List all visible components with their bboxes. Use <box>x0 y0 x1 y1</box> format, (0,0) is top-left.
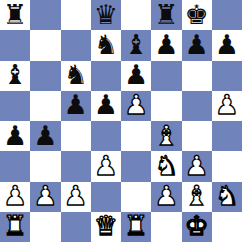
square-b1[interactable] <box>30 212 60 242</box>
piece-white-pawn[interactable]: ♟ <box>64 182 88 209</box>
piece-white-rook[interactable]: ♜ <box>124 212 148 239</box>
piece-black-rook[interactable]: ♜ <box>3 1 27 28</box>
square-e8[interactable] <box>121 0 151 30</box>
square-e2[interactable] <box>121 182 151 212</box>
square-g6[interactable] <box>182 61 212 91</box>
square-h3[interactable] <box>212 151 242 181</box>
square-b5[interactable] <box>30 91 60 121</box>
square-d4[interactable] <box>91 121 121 151</box>
piece-black-knight[interactable]: ♞ <box>64 61 88 88</box>
square-g1[interactable]: ♚ <box>182 212 212 242</box>
piece-white-rook[interactable]: ♜ <box>3 212 27 239</box>
piece-black-queen[interactable]: ♛ <box>94 1 118 28</box>
square-g7[interactable]: ♟ <box>182 30 212 60</box>
piece-white-king[interactable]: ♚ <box>185 212 209 239</box>
square-d1[interactable]: ♛ <box>91 212 121 242</box>
square-c1[interactable] <box>61 212 91 242</box>
square-e5[interactable]: ♟ <box>121 91 151 121</box>
square-d7[interactable]: ♞ <box>91 30 121 60</box>
piece-black-pawn[interactable]: ♟ <box>124 61 148 88</box>
square-g4[interactable] <box>182 121 212 151</box>
piece-black-pawn[interactable]: ♟ <box>185 31 209 58</box>
piece-black-king[interactable]: ♚ <box>185 1 209 28</box>
square-f5[interactable] <box>151 91 181 121</box>
piece-white-pawn[interactable]: ♟ <box>94 152 118 179</box>
square-e6[interactable]: ♟ <box>121 61 151 91</box>
square-h8[interactable] <box>212 0 242 30</box>
square-b7[interactable] <box>30 30 60 60</box>
piece-white-pawn[interactable]: ♟ <box>124 91 148 118</box>
piece-white-pawn[interactable]: ♟ <box>3 182 27 209</box>
square-f1[interactable] <box>151 212 181 242</box>
square-c5[interactable]: ♟ <box>61 91 91 121</box>
square-e4[interactable] <box>121 121 151 151</box>
square-f4[interactable]: ♝ <box>151 121 181 151</box>
square-h7[interactable]: ♟ <box>212 30 242 60</box>
square-h4[interactable] <box>212 121 242 151</box>
piece-white-bishop[interactable]: ♝ <box>154 122 178 149</box>
square-f2[interactable]: ♟ <box>151 182 181 212</box>
square-h5[interactable]: ♟ <box>212 91 242 121</box>
piece-black-bishop[interactable]: ♝ <box>124 31 148 58</box>
square-a2[interactable]: ♟ <box>0 182 30 212</box>
chess-board: ♜♛♜♚♞♝♟♟♟♝♞♟♟♟♟♟♟♟♝♟♞♟♟♟♟♟♝♞♜♛♜♚ <box>0 0 242 242</box>
square-a5[interactable] <box>0 91 30 121</box>
square-c7[interactable] <box>61 30 91 60</box>
square-a8[interactable]: ♜ <box>0 0 30 30</box>
square-c2[interactable]: ♟ <box>61 182 91 212</box>
square-a4[interactable]: ♟ <box>0 121 30 151</box>
piece-black-bishop[interactable]: ♝ <box>3 61 27 88</box>
square-f6[interactable] <box>151 61 181 91</box>
piece-white-pawn[interactable]: ♟ <box>185 152 209 179</box>
piece-black-pawn[interactable]: ♟ <box>154 31 178 58</box>
piece-black-knight[interactable]: ♞ <box>94 31 118 58</box>
piece-white-knight[interactable]: ♞ <box>215 182 239 209</box>
piece-black-pawn[interactable]: ♟ <box>33 122 57 149</box>
piece-black-rook[interactable]: ♜ <box>154 1 178 28</box>
piece-black-pawn[interactable]: ♟ <box>215 31 239 58</box>
square-g5[interactable] <box>182 91 212 121</box>
square-d3[interactable]: ♟ <box>91 151 121 181</box>
piece-black-pawn[interactable]: ♟ <box>94 91 118 118</box>
square-d5[interactable]: ♟ <box>91 91 121 121</box>
square-f3[interactable]: ♞ <box>151 151 181 181</box>
square-c4[interactable] <box>61 121 91 151</box>
square-b8[interactable] <box>30 0 60 30</box>
piece-white-knight[interactable]: ♞ <box>154 152 178 179</box>
square-b2[interactable]: ♟ <box>30 182 60 212</box>
square-h2[interactable]: ♞ <box>212 182 242 212</box>
square-e7[interactable]: ♝ <box>121 30 151 60</box>
piece-white-pawn[interactable]: ♟ <box>215 91 239 118</box>
square-b6[interactable] <box>30 61 60 91</box>
square-b4[interactable]: ♟ <box>30 121 60 151</box>
square-b3[interactable] <box>30 151 60 181</box>
piece-white-queen[interactable]: ♛ <box>94 212 118 239</box>
square-a1[interactable]: ♜ <box>0 212 30 242</box>
square-c3[interactable] <box>61 151 91 181</box>
square-f8[interactable]: ♜ <box>151 0 181 30</box>
square-a6[interactable]: ♝ <box>0 61 30 91</box>
piece-white-pawn[interactable]: ♟ <box>33 182 57 209</box>
piece-black-pawn[interactable]: ♟ <box>3 122 27 149</box>
square-d6[interactable] <box>91 61 121 91</box>
square-g2[interactable]: ♝ <box>182 182 212 212</box>
square-h6[interactable] <box>212 61 242 91</box>
square-d8[interactable]: ♛ <box>91 0 121 30</box>
piece-white-bishop[interactable]: ♝ <box>185 182 209 209</box>
piece-black-pawn[interactable]: ♟ <box>64 91 88 118</box>
square-f7[interactable]: ♟ <box>151 30 181 60</box>
square-c8[interactable] <box>61 0 91 30</box>
square-g8[interactable]: ♚ <box>182 0 212 30</box>
square-d2[interactable] <box>91 182 121 212</box>
square-a7[interactable] <box>0 30 30 60</box>
square-h1[interactable] <box>212 212 242 242</box>
square-a3[interactable] <box>0 151 30 181</box>
square-e3[interactable] <box>121 151 151 181</box>
piece-white-pawn[interactable]: ♟ <box>154 182 178 209</box>
square-g3[interactable]: ♟ <box>182 151 212 181</box>
square-e1[interactable]: ♜ <box>121 212 151 242</box>
square-c6[interactable]: ♞ <box>61 61 91 91</box>
